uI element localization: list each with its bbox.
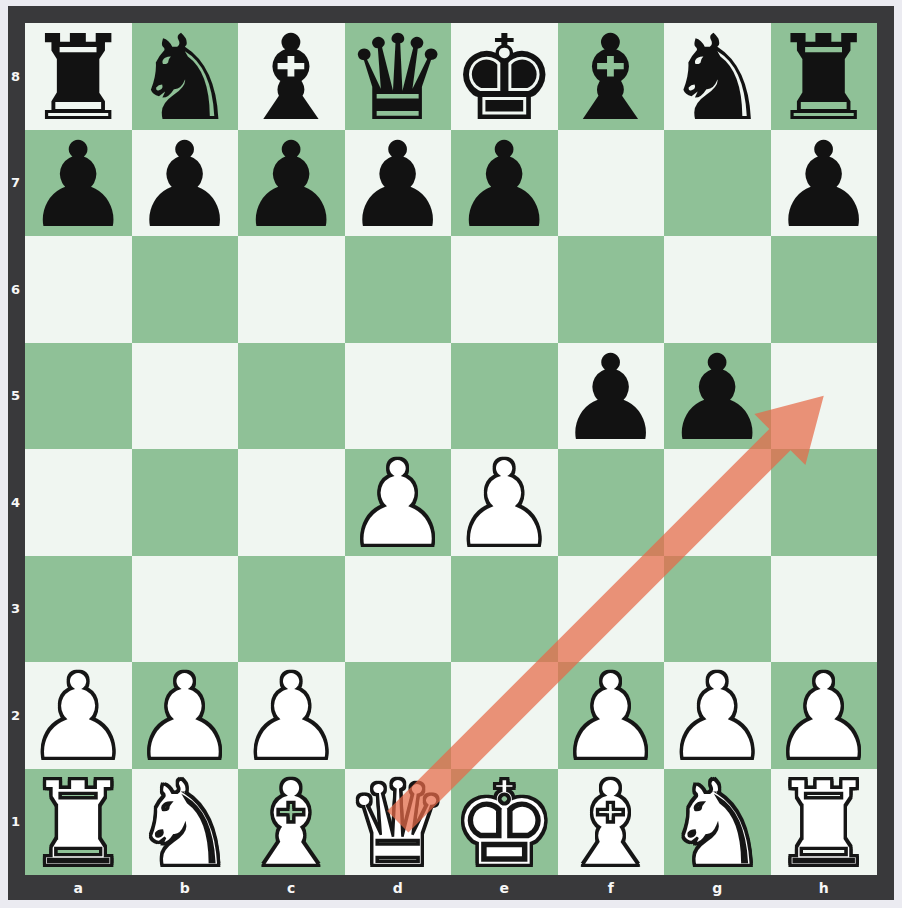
piece-black-pawn[interactable]: ♟ [132,126,238,244]
square-b1[interactable]: ♞ [132,769,239,876]
square-b4[interactable] [132,449,239,556]
square-c2[interactable]: ♟ [238,662,345,769]
rank-label-1: 1 [8,769,23,876]
square-b7[interactable]: ♟ [132,130,239,237]
square-e3[interactable] [451,556,558,663]
square-g4[interactable] [664,449,771,556]
file-label-d: d [345,875,452,900]
square-a5[interactable] [25,343,132,450]
file-label-b: b [132,875,239,900]
square-f1[interactable]: ♝ [558,769,665,876]
square-d2[interactable] [345,662,452,769]
square-f6[interactable] [558,236,665,343]
square-e8[interactable]: ♚ [451,23,558,130]
square-a2[interactable]: ♟ [25,662,132,769]
square-a3[interactable] [25,556,132,663]
square-a6[interactable] [25,236,132,343]
square-f5[interactable]: ♟ [558,343,665,450]
square-f7[interactable] [558,130,665,237]
square-e1[interactable]: ♚ [451,769,558,876]
piece-black-knight[interactable]: ♞ [664,19,770,137]
rank-label-6: 6 [8,236,23,343]
square-g3[interactable] [664,556,771,663]
square-d3[interactable] [345,556,452,663]
square-h6[interactable] [771,236,878,343]
piece-white-bishop[interactable]: ♝ [558,765,664,883]
piece-white-queen[interactable]: ♛ [345,765,451,883]
piece-white-king[interactable]: ♚ [451,765,557,883]
piece-white-bishop[interactable]: ♝ [238,765,344,883]
square-g1[interactable]: ♞ [664,769,771,876]
square-e7[interactable]: ♟ [451,130,558,237]
square-e2[interactable] [451,662,558,769]
square-c8[interactable]: ♝ [238,23,345,130]
square-h2[interactable]: ♟ [771,662,878,769]
file-label-g: g [664,875,771,900]
rank-label-2: 2 [8,662,23,769]
square-d5[interactable] [345,343,452,450]
piece-black-pawn[interactable]: ♟ [25,126,131,244]
square-h8[interactable]: ♜ [771,23,878,130]
file-label-a: a [25,875,132,900]
piece-black-pawn[interactable]: ♟ [664,339,770,457]
square-c1[interactable]: ♝ [238,769,345,876]
square-d6[interactable] [345,236,452,343]
rank-label-3: 3 [8,556,23,663]
file-label-e: e [451,875,558,900]
square-b2[interactable]: ♟ [132,662,239,769]
piece-black-pawn[interactable]: ♟ [238,126,344,244]
square-c4[interactable] [238,449,345,556]
square-g5[interactable]: ♟ [664,343,771,450]
square-b8[interactable]: ♞ [132,23,239,130]
rank-label-8: 8 [8,23,23,130]
square-f2[interactable]: ♟ [558,662,665,769]
square-g7[interactable] [664,130,771,237]
piece-black-pawn[interactable]: ♟ [558,339,664,457]
square-a8[interactable]: ♜ [25,23,132,130]
chess-board: ♜♞♝♛♚♝♞♜♟♟♟♟♟♟♟♟♟♟♟♟♟♟♟♟♜♞♝♛♚♝♞♜ 8765432… [8,6,894,900]
piece-white-knight[interactable]: ♞ [132,765,238,883]
square-h3[interactable] [771,556,878,663]
square-h1[interactable]: ♜ [771,769,878,876]
piece-white-knight[interactable]: ♞ [664,765,770,883]
file-label-f: f [558,875,665,900]
board-grid: ♜♞♝♛♚♝♞♜♟♟♟♟♟♟♟♟♟♟♟♟♟♟♟♟♜♞♝♛♚♝♞♜ [25,23,877,875]
square-d7[interactable]: ♟ [345,130,452,237]
square-b5[interactable] [132,343,239,450]
piece-black-bishop[interactable]: ♝ [558,19,664,137]
piece-black-pawn[interactable]: ♟ [451,126,557,244]
file-label-c: c [238,875,345,900]
square-c5[interactable] [238,343,345,450]
square-g6[interactable] [664,236,771,343]
piece-white-rook[interactable]: ♜ [771,765,877,883]
square-a7[interactable]: ♟ [25,130,132,237]
piece-white-pawn[interactable]: ♟ [451,445,557,563]
piece-white-pawn[interactable]: ♟ [345,445,451,563]
square-g8[interactable]: ♞ [664,23,771,130]
square-d1[interactable]: ♛ [345,769,452,876]
square-c6[interactable] [238,236,345,343]
square-g2[interactable]: ♟ [664,662,771,769]
square-d8[interactable]: ♛ [345,23,452,130]
rank-label-7: 7 [8,130,23,237]
square-c7[interactable]: ♟ [238,130,345,237]
square-f8[interactable]: ♝ [558,23,665,130]
square-f3[interactable] [558,556,665,663]
piece-white-rook[interactable]: ♜ [25,765,131,883]
piece-black-pawn[interactable]: ♟ [345,126,451,244]
square-h4[interactable] [771,449,878,556]
square-h5[interactable] [771,343,878,450]
piece-black-pawn[interactable]: ♟ [771,126,877,244]
square-c3[interactable] [238,556,345,663]
square-f4[interactable] [558,449,665,556]
square-a4[interactable] [25,449,132,556]
square-e4[interactable]: ♟ [451,449,558,556]
file-label-h: h [771,875,878,900]
square-e5[interactable] [451,343,558,450]
square-b3[interactable] [132,556,239,663]
rank-label-4: 4 [8,449,23,556]
square-d4[interactable]: ♟ [345,449,452,556]
rank-label-5: 5 [8,343,23,450]
square-a1[interactable]: ♜ [25,769,132,876]
square-e6[interactable] [451,236,558,343]
square-h7[interactable]: ♟ [771,130,878,237]
square-b6[interactable] [132,236,239,343]
